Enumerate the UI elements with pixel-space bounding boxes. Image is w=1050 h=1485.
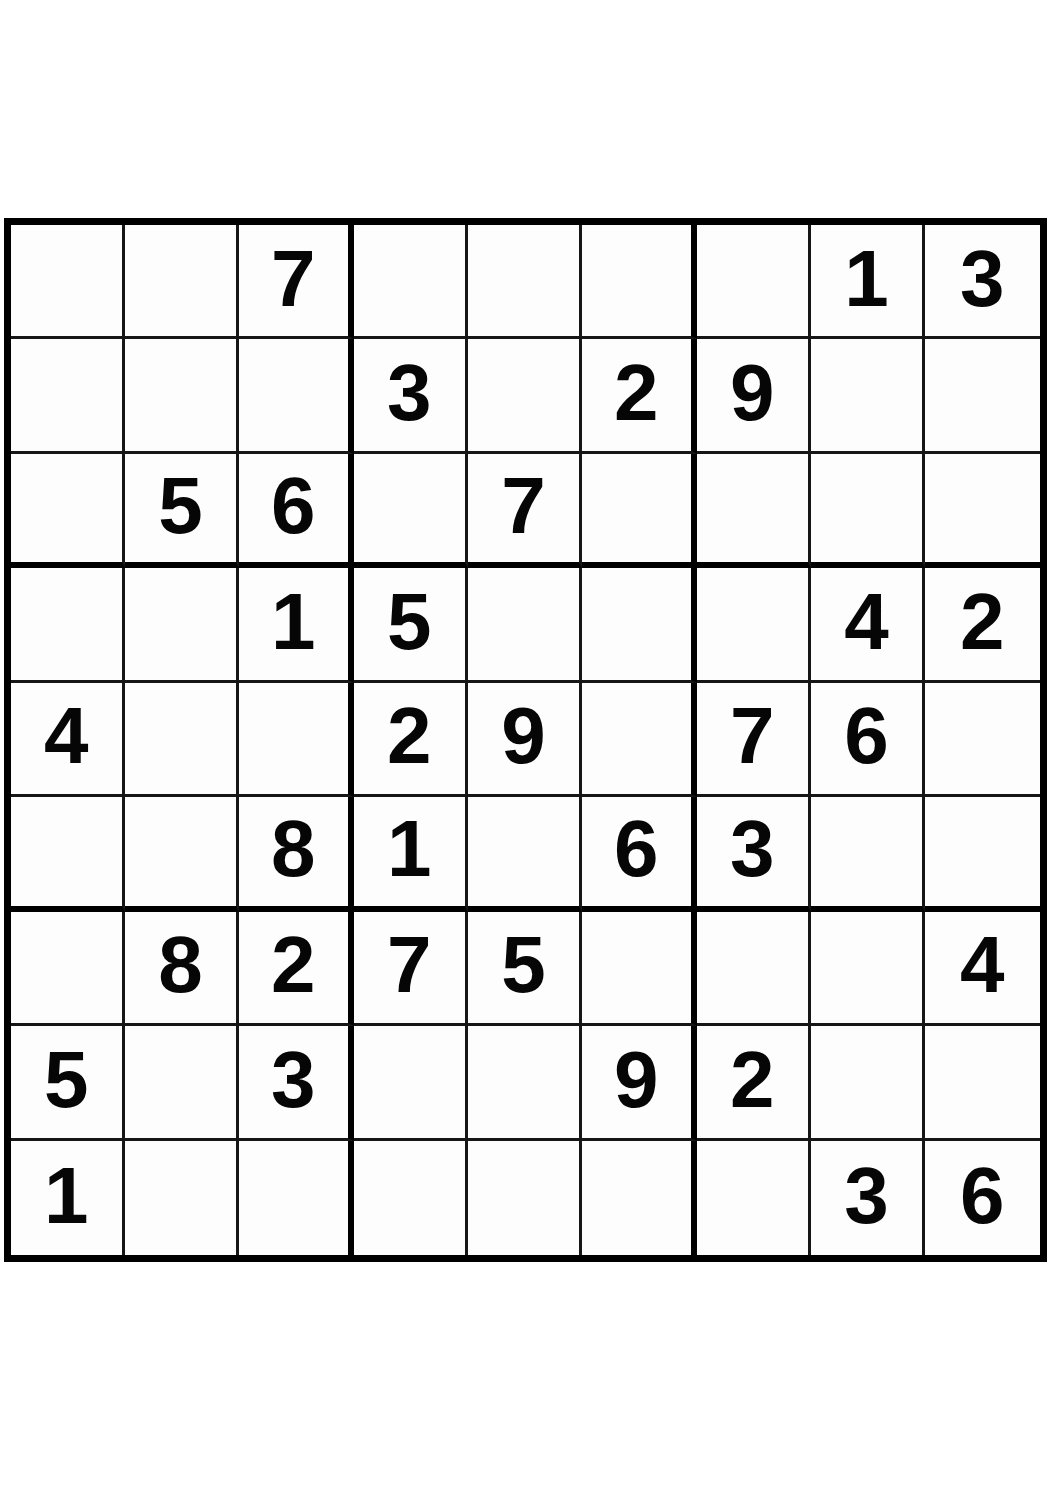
cell-r3c5[interactable]: 7 — [468, 454, 582, 568]
cell-r9c7[interactable] — [697, 1141, 811, 1255]
cell-r2c6[interactable]: 2 — [582, 339, 696, 453]
cell-r5c1[interactable]: 4 — [11, 683, 125, 797]
cell-r3c8[interactable] — [811, 454, 925, 568]
cell-r6c1[interactable] — [11, 797, 125, 911]
board-wrapper: 7133295671542429768163827545392136 — [0, 218, 1050, 1262]
given-digit: 1 — [844, 239, 889, 319]
cell-r9c4[interactable] — [354, 1141, 468, 1255]
given-digit: 3 — [844, 1156, 889, 1236]
given-digit: 5 — [44, 1040, 89, 1120]
cell-r8c8[interactable] — [811, 1026, 925, 1140]
cell-r8c4[interactable] — [354, 1026, 468, 1140]
given-digit: 6 — [271, 466, 316, 546]
cell-r6c4[interactable]: 1 — [354, 797, 468, 911]
cell-r2c7[interactable]: 9 — [697, 339, 811, 453]
cell-r5c9[interactable] — [925, 683, 1039, 797]
given-digit: 4 — [844, 582, 889, 662]
cell-r5c2[interactable] — [125, 683, 239, 797]
given-digit: 3 — [730, 809, 775, 889]
cell-r4c1[interactable] — [11, 568, 125, 682]
cell-r1c9[interactable]: 3 — [925, 225, 1039, 339]
given-digit: 3 — [271, 1040, 316, 1120]
cell-r3c9[interactable] — [925, 454, 1039, 568]
cell-r9c9[interactable]: 6 — [925, 1141, 1039, 1255]
cell-r2c5[interactable] — [468, 339, 582, 453]
given-digit: 2 — [614, 353, 659, 433]
given-digit: 8 — [271, 809, 316, 889]
cell-r4c9[interactable]: 2 — [925, 568, 1039, 682]
cell-r5c5[interactable]: 9 — [468, 683, 582, 797]
given-digit: 5 — [501, 925, 546, 1005]
cell-r8c5[interactable] — [468, 1026, 582, 1140]
cell-r9c1[interactable]: 1 — [11, 1141, 125, 1255]
given-digit: 1 — [387, 809, 432, 889]
cell-r3c4[interactable] — [354, 454, 468, 568]
cell-r3c6[interactable] — [582, 454, 696, 568]
cell-r8c9[interactable] — [925, 1026, 1039, 1140]
cell-r3c2[interactable]: 5 — [125, 454, 239, 568]
cell-r9c2[interactable] — [125, 1141, 239, 1255]
cell-r4c8[interactable]: 4 — [811, 568, 925, 682]
cell-r8c1[interactable]: 5 — [11, 1026, 125, 1140]
cell-r9c8[interactable]: 3 — [811, 1141, 925, 1255]
cell-r5c8[interactable]: 6 — [811, 683, 925, 797]
cell-r6c9[interactable] — [925, 797, 1039, 911]
cell-r7c8[interactable] — [811, 912, 925, 1026]
cell-r5c7[interactable]: 7 — [697, 683, 811, 797]
cell-r6c8[interactable] — [811, 797, 925, 911]
cell-r8c7[interactable]: 2 — [697, 1026, 811, 1140]
cell-r4c5[interactable] — [468, 568, 582, 682]
given-digit: 5 — [158, 466, 203, 546]
cell-r8c3[interactable]: 3 — [239, 1026, 353, 1140]
cell-r9c3[interactable] — [239, 1141, 353, 1255]
cell-r9c5[interactable] — [468, 1141, 582, 1255]
given-digit: 7 — [271, 239, 316, 319]
given-digit: 4 — [960, 925, 1005, 1005]
given-digit: 7 — [387, 925, 432, 1005]
given-digit: 6 — [844, 696, 889, 776]
cell-r1c5[interactable] — [468, 225, 582, 339]
cell-r2c8[interactable] — [811, 339, 925, 453]
cell-r7c6[interactable] — [582, 912, 696, 1026]
given-digit: 5 — [387, 582, 432, 662]
given-digit: 6 — [614, 809, 659, 889]
cell-r7c7[interactable] — [697, 912, 811, 1026]
given-digit: 7 — [501, 466, 546, 546]
cell-r6c3[interactable]: 8 — [239, 797, 353, 911]
cell-r5c3[interactable] — [239, 683, 353, 797]
cell-r6c5[interactable] — [468, 797, 582, 911]
given-digit: 2 — [960, 582, 1005, 662]
cell-r1c7[interactable] — [697, 225, 811, 339]
given-digit: 8 — [158, 925, 203, 1005]
cell-r4c4[interactable]: 5 — [354, 568, 468, 682]
cell-r1c3[interactable]: 7 — [239, 225, 353, 339]
cell-r7c2[interactable]: 8 — [125, 912, 239, 1026]
sudoku-puzzle-page: { "game": "sudoku", "grid_size": "9x9", … — [0, 0, 1050, 1485]
cell-r4c7[interactable] — [697, 568, 811, 682]
given-digit: 3 — [960, 239, 1005, 319]
cell-r1c4[interactable] — [354, 225, 468, 339]
given-digit: 1 — [271, 582, 316, 662]
cell-r4c2[interactable] — [125, 568, 239, 682]
cell-r7c4[interactable]: 7 — [354, 912, 468, 1026]
cell-r8c6[interactable]: 9 — [582, 1026, 696, 1140]
cell-r2c9[interactable] — [925, 339, 1039, 453]
cell-r5c4[interactable]: 2 — [354, 683, 468, 797]
cell-r2c1[interactable] — [11, 339, 125, 453]
given-digit: 9 — [730, 353, 775, 433]
cell-r6c7[interactable]: 3 — [697, 797, 811, 911]
cell-r2c2[interactable] — [125, 339, 239, 453]
cell-r7c9[interactable]: 4 — [925, 912, 1039, 1026]
cell-r1c6[interactable] — [582, 225, 696, 339]
given-digit: 1 — [44, 1156, 89, 1236]
cell-r5c6[interactable] — [582, 683, 696, 797]
sudoku-board: 7133295671542429768163827545392136 — [4, 218, 1047, 1262]
cell-r2c3[interactable] — [239, 339, 353, 453]
cell-r6c6[interactable]: 6 — [582, 797, 696, 911]
given-digit: 2 — [387, 696, 432, 776]
given-digit: 3 — [387, 353, 432, 433]
cell-r3c1[interactable] — [11, 454, 125, 568]
cell-r4c3[interactable]: 1 — [239, 568, 353, 682]
cell-r9c6[interactable] — [582, 1141, 696, 1255]
given-digit: 2 — [271, 925, 316, 1005]
given-digit: 9 — [614, 1040, 659, 1120]
cell-r3c7[interactable] — [697, 454, 811, 568]
cell-r7c1[interactable] — [11, 912, 125, 1026]
given-digit: 4 — [44, 696, 89, 776]
cell-r6c2[interactable] — [125, 797, 239, 911]
given-digit: 2 — [730, 1040, 775, 1120]
cell-r8c2[interactable] — [125, 1026, 239, 1140]
cell-r7c3[interactable]: 2 — [239, 912, 353, 1026]
cell-r1c8[interactable]: 1 — [811, 225, 925, 339]
cell-r7c5[interactable]: 5 — [468, 912, 582, 1026]
cell-r4c6[interactable] — [582, 568, 696, 682]
given-digit: 9 — [501, 696, 546, 776]
cell-r2c4[interactable]: 3 — [354, 339, 468, 453]
cell-r1c2[interactable] — [125, 225, 239, 339]
given-digit: 7 — [730, 696, 775, 776]
cell-r1c1[interactable] — [11, 225, 125, 339]
given-digit: 6 — [960, 1156, 1005, 1236]
cell-r3c3[interactable]: 6 — [239, 454, 353, 568]
